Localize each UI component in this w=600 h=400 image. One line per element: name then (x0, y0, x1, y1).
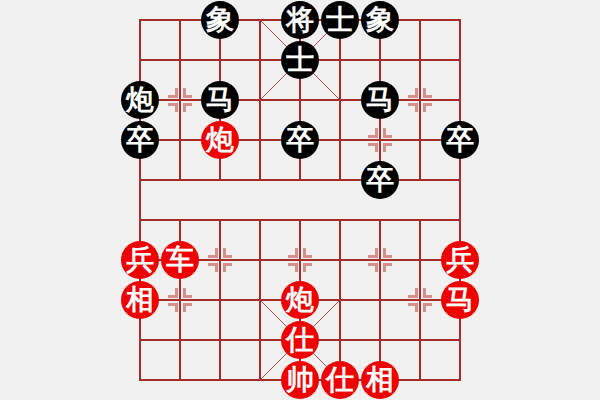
point-marker (384, 264, 392, 272)
point-marker (184, 304, 192, 312)
point-marker (224, 248, 232, 256)
point-marker (408, 304, 416, 312)
piece-red-elephant[interactable]: 相 (361, 361, 399, 399)
point-marker (368, 144, 376, 152)
piece-black-advisor[interactable]: 士 (281, 41, 319, 79)
point-marker (384, 144, 392, 152)
point-marker (424, 104, 432, 112)
piece-black-horse[interactable]: 马 (201, 81, 239, 119)
point-marker (184, 104, 192, 112)
point-marker (184, 88, 192, 96)
point-marker (184, 288, 192, 296)
point-marker (224, 264, 232, 272)
piece-red-cannon[interactable]: 炮 (201, 121, 239, 159)
point-marker (304, 264, 312, 272)
piece-black-elephant[interactable]: 象 (201, 1, 239, 39)
point-marker (208, 248, 216, 256)
point-marker (408, 288, 416, 296)
point-marker (304, 248, 312, 256)
point-marker (208, 264, 216, 272)
point-marker (424, 288, 432, 296)
point-marker (168, 104, 176, 112)
xiangqi-board: 象将士象士炮马马卒卒卒卒炮兵车兵相炮马仕帅仕相 (0, 0, 600, 400)
piece-red-advisor[interactable]: 仕 (321, 361, 359, 399)
piece-red-advisor[interactable]: 仕 (281, 321, 319, 359)
piece-black-advisor[interactable]: 士 (321, 1, 359, 39)
point-marker (368, 248, 376, 256)
piece-red-soldier[interactable]: 兵 (441, 241, 479, 279)
point-marker (408, 88, 416, 96)
piece-black-horse[interactable]: 马 (361, 81, 399, 119)
point-marker (288, 248, 296, 256)
piece-red-cannon[interactable]: 炮 (281, 281, 319, 319)
piece-red-elephant[interactable]: 相 (121, 281, 159, 319)
piece-red-horse[interactable]: 马 (441, 281, 479, 319)
point-marker (168, 304, 176, 312)
point-marker (408, 104, 416, 112)
piece-black-soldier[interactable]: 卒 (281, 121, 319, 159)
point-marker (168, 88, 176, 96)
point-marker (288, 264, 296, 272)
point-marker (384, 248, 392, 256)
piece-red-general[interactable]: 帅 (281, 361, 319, 399)
piece-black-general[interactable]: 将 (281, 1, 319, 39)
piece-black-soldier[interactable]: 卒 (441, 121, 479, 159)
piece-black-soldier[interactable]: 卒 (361, 161, 399, 199)
point-marker (384, 128, 392, 136)
point-marker (424, 88, 432, 96)
point-marker (368, 128, 376, 136)
piece-red-chariot[interactable]: 车 (161, 241, 199, 279)
point-marker (168, 288, 176, 296)
piece-black-elephant[interactable]: 象 (361, 1, 399, 39)
piece-red-soldier[interactable]: 兵 (121, 241, 159, 279)
piece-black-soldier[interactable]: 卒 (121, 121, 159, 159)
point-marker (368, 264, 376, 272)
piece-black-cannon[interactable]: 炮 (121, 81, 159, 119)
point-marker (424, 304, 432, 312)
